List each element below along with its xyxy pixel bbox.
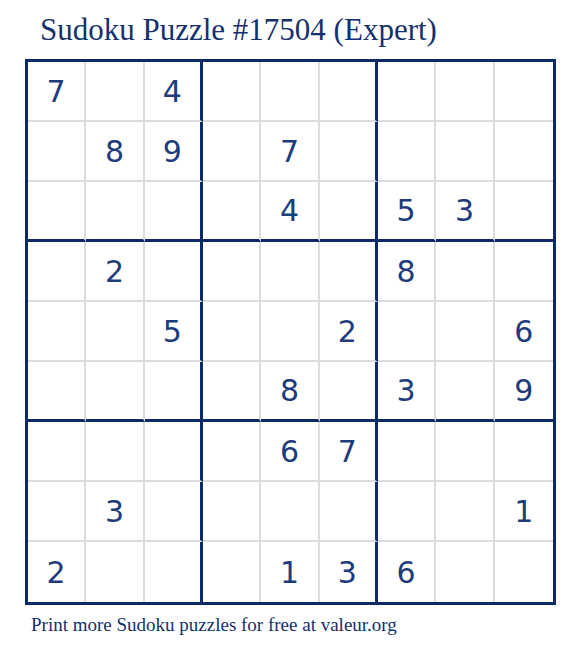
cell-r8c4-empty	[203, 482, 261, 542]
cell-r5c8-empty	[436, 302, 494, 362]
cell-r5c1-empty	[28, 302, 86, 362]
footer-text: Print more Sudoku puzzles for free at va…	[31, 614, 397, 636]
cell-r7c4-empty	[203, 422, 261, 482]
cell-r1c9-empty	[495, 62, 553, 122]
cell-r1c8-empty	[436, 62, 494, 122]
cell-r8c3-empty	[145, 482, 203, 542]
cell-r7c9-empty	[495, 422, 553, 482]
cell-r2c3-given-9: 9	[145, 122, 203, 182]
cell-r7c2-empty	[86, 422, 144, 482]
cell-r5c4-empty	[203, 302, 261, 362]
cell-r2c6-empty	[320, 122, 378, 182]
cell-r9c8-empty	[436, 542, 494, 602]
page-title: Sudoku Puzzle #17504 (Expert)	[40, 13, 437, 47]
cell-r9c5-given-1: 1	[261, 542, 319, 602]
cell-r6c5-given-8: 8	[261, 362, 319, 422]
sudoku-board: 748974532852683967312136	[25, 59, 556, 605]
cell-r1c7-empty	[378, 62, 436, 122]
cell-r2c8-empty	[436, 122, 494, 182]
cell-r9c4-empty	[203, 542, 261, 602]
cell-r5c6-given-2: 2	[320, 302, 378, 362]
cell-r5c7-empty	[378, 302, 436, 362]
cell-r6c4-empty	[203, 362, 261, 422]
cell-r1c5-empty	[261, 62, 319, 122]
cell-r7c7-empty	[378, 422, 436, 482]
cell-r9c9-empty	[495, 542, 553, 602]
sudoku-page: Sudoku Puzzle #17504 (Expert) 7489745328…	[0, 0, 580, 651]
cell-r8c8-empty	[436, 482, 494, 542]
cell-r4c2-given-2: 2	[86, 242, 144, 302]
cell-r6c8-empty	[436, 362, 494, 422]
cell-r3c7-given-5: 5	[378, 182, 436, 242]
cell-r7c8-empty	[436, 422, 494, 482]
cell-r3c9-empty	[495, 182, 553, 242]
cell-r7c6-given-7: 7	[320, 422, 378, 482]
cell-r9c7-given-6: 6	[378, 542, 436, 602]
cell-r6c2-empty	[86, 362, 144, 422]
cell-r1c3-given-4: 4	[145, 62, 203, 122]
cell-r4c1-empty	[28, 242, 86, 302]
cell-r3c2-empty	[86, 182, 144, 242]
cell-r2c1-empty	[28, 122, 86, 182]
cell-r4c7-given-8: 8	[378, 242, 436, 302]
cell-r3c8-given-3: 3	[436, 182, 494, 242]
cell-r2c7-empty	[378, 122, 436, 182]
cell-r6c6-empty	[320, 362, 378, 422]
cell-r7c5-given-6: 6	[261, 422, 319, 482]
cell-r5c2-empty	[86, 302, 144, 362]
cell-r2c5-given-7: 7	[261, 122, 319, 182]
cell-r3c3-empty	[145, 182, 203, 242]
cell-r2c4-empty	[203, 122, 261, 182]
cell-r9c1-given-2: 2	[28, 542, 86, 602]
cell-r3c6-empty	[320, 182, 378, 242]
cell-r4c9-empty	[495, 242, 553, 302]
cell-r8c7-empty	[378, 482, 436, 542]
cell-r2c2-given-8: 8	[86, 122, 144, 182]
cell-r4c6-empty	[320, 242, 378, 302]
cell-r7c1-empty	[28, 422, 86, 482]
cell-r1c2-empty	[86, 62, 144, 122]
cell-r8c6-empty	[320, 482, 378, 542]
cell-r3c1-empty	[28, 182, 86, 242]
cell-r9c3-empty	[145, 542, 203, 602]
cell-r7c3-empty	[145, 422, 203, 482]
cell-r3c4-empty	[203, 182, 261, 242]
cell-r8c9-given-1: 1	[495, 482, 553, 542]
cell-r8c5-empty	[261, 482, 319, 542]
cell-r3c5-given-4: 4	[261, 182, 319, 242]
cell-r5c5-empty	[261, 302, 319, 362]
cell-r1c1-given-7: 7	[28, 62, 86, 122]
cell-r6c3-empty	[145, 362, 203, 422]
cell-r8c1-empty	[28, 482, 86, 542]
cell-r1c6-empty	[320, 62, 378, 122]
cell-r5c9-given-6: 6	[495, 302, 553, 362]
cell-r6c1-empty	[28, 362, 86, 422]
cell-r4c4-empty	[203, 242, 261, 302]
cell-r6c7-given-3: 3	[378, 362, 436, 422]
cell-r4c8-empty	[436, 242, 494, 302]
cell-r6c9-given-9: 9	[495, 362, 553, 422]
cell-r5c3-given-5: 5	[145, 302, 203, 362]
cell-r8c2-given-3: 3	[86, 482, 144, 542]
cell-r1c4-empty	[203, 62, 261, 122]
cell-r2c9-empty	[495, 122, 553, 182]
cell-r4c3-empty	[145, 242, 203, 302]
cell-r9c6-given-3: 3	[320, 542, 378, 602]
cell-r9c2-empty	[86, 542, 144, 602]
cell-r4c5-empty	[261, 242, 319, 302]
